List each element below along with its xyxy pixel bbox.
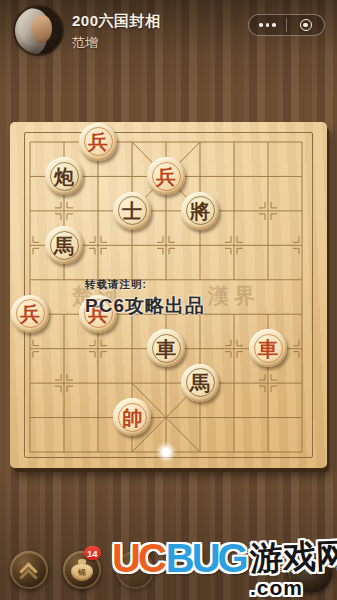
piece-red-車[interactable]: 車 [249, 329, 287, 367]
page-title: 200六国封相 [72, 12, 161, 31]
piece-black-炮[interactable]: 炮 [45, 157, 83, 195]
piece-char: 馬 [190, 373, 210, 393]
piece-char: 兵 [20, 304, 40, 324]
piece-black-馬[interactable]: 馬 [45, 226, 83, 264]
piece-red-兵[interactable]: 兵 [147, 157, 185, 195]
collapse-button[interactable] [10, 551, 48, 589]
piece-black-馬[interactable]: 馬 [181, 364, 219, 402]
piece-black-士[interactable]: 士 [113, 192, 151, 230]
piece-red-兵[interactable]: 兵 [79, 123, 117, 161]
move-hint-dot [155, 441, 177, 463]
close-button[interactable] [287, 15, 324, 35]
page-subtitle: 范增 [72, 34, 98, 52]
floating-ball-button[interactable] [288, 548, 333, 593]
watermark: 转载请注明: PC6攻略出品 [85, 278, 205, 319]
app-screen: 200六国封相 范增 楚河 漢界 兵炮兵士將馬兵兵車車馬帥 转载请注明: PC6… [0, 0, 337, 600]
bag-badge: 14 [84, 546, 101, 560]
watermark-line2: PC6攻略出品 [85, 293, 205, 319]
money-bag-icon: 锦 [71, 564, 93, 581]
piece-red-兵[interactable]: 兵 [11, 295, 49, 333]
piece-char: 馬 [54, 236, 74, 256]
piece-char: 將 [190, 201, 210, 221]
piece-char: 車 [156, 339, 176, 359]
bag-char: 锦 [78, 567, 86, 578]
watermark-line1: 转载请注明: [85, 278, 205, 292]
piece-black-車[interactable]: 車 [147, 329, 185, 367]
avatar-shade [15, 7, 62, 54]
xiangqi-board: 楚河 漢界 兵炮兵士將馬兵兵車車馬帥 转载请注明: PC6攻略出品 [10, 122, 327, 468]
piece-char: 車 [258, 339, 278, 359]
piece-char: 兵 [88, 132, 108, 152]
hidden-button[interactable] [116, 551, 154, 589]
avatar [15, 7, 62, 54]
chevron-up-icon [21, 565, 37, 579]
close-circle-icon [300, 19, 312, 31]
header: 200六国封相 范增 [0, 0, 337, 64]
piece-black-將[interactable]: 將 [181, 192, 219, 230]
piece-red-帥[interactable]: 帥 [113, 398, 151, 436]
more-button[interactable] [249, 15, 286, 35]
miniprogram-capsule [248, 14, 325, 36]
logo-bug: BUG [166, 536, 246, 580]
piece-char: 兵 [156, 167, 176, 187]
piece-char: 炮 [54, 167, 74, 187]
piece-char: 帥 [122, 408, 142, 428]
more-dots-icon [259, 23, 276, 27]
piece-char: 士 [122, 201, 142, 221]
